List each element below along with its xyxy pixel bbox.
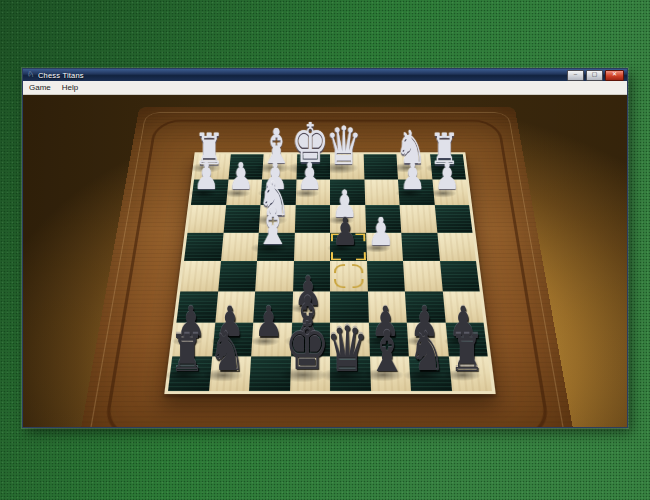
menu-bar: Game Help (23, 81, 627, 95)
origin-marker-tl (334, 264, 345, 273)
square-e8[interactable] (289, 356, 330, 391)
square-c3[interactable] (365, 205, 401, 232)
square-h3[interactable] (188, 205, 226, 232)
board-grid (164, 152, 495, 394)
game-area: ♜♝♚♛♞♜♟♟♟♟♟♟♞♟♝♟♟♟♟♟♟♝♟♟♟♜♞♚♛♝♞♜ (23, 95, 627, 427)
square-c2[interactable] (364, 179, 400, 205)
window-controls: – ▢ ✕ (567, 70, 624, 81)
square-h4[interactable] (184, 232, 223, 261)
square-f7[interactable] (251, 323, 291, 356)
menu-item-game[interactable]: Game (29, 83, 51, 92)
move-origin-square-d5[interactable] (330, 261, 367, 291)
square-g4[interactable] (221, 232, 259, 261)
square-g5[interactable] (218, 261, 257, 291)
square-b8[interactable] (409, 356, 452, 391)
square-b4[interactable] (401, 232, 439, 261)
selection-corner-bl (331, 252, 341, 260)
square-d1[interactable] (330, 154, 364, 179)
square-c8[interactable] (369, 356, 411, 391)
square-f8[interactable] (249, 356, 291, 391)
square-a6[interactable] (442, 291, 483, 323)
square-d6[interactable] (330, 291, 368, 323)
square-h5[interactable] (180, 261, 220, 291)
window-title: Chess Titans (38, 71, 564, 80)
origin-marker-bl (334, 279, 345, 288)
square-h6[interactable] (176, 291, 217, 323)
close-button[interactable]: ✕ (605, 70, 624, 81)
square-e3[interactable] (294, 205, 330, 232)
selection-corner-tr (355, 233, 365, 241)
square-b3[interactable] (400, 205, 437, 232)
square-a8[interactable] (448, 356, 492, 391)
square-d7[interactable] (330, 323, 369, 356)
square-h1[interactable] (194, 154, 230, 179)
desktop-felt-background: { "window": { "title": "Chess Titans", "… (0, 0, 650, 500)
square-g3[interactable] (223, 205, 260, 232)
chess-titans-window: ♘ Chess Titans – ▢ ✕ Game Help ♜♝♚♛♞♜♟♟♟… (22, 68, 628, 428)
minimize-button[interactable]: – (567, 70, 584, 81)
origin-marker-br (352, 279, 363, 288)
square-h8[interactable] (168, 356, 212, 391)
square-g8[interactable] (208, 356, 251, 391)
square-g6[interactable] (215, 291, 255, 323)
square-d8[interactable] (330, 356, 371, 391)
square-c4[interactable] (366, 232, 403, 261)
square-e2[interactable] (295, 179, 330, 205)
selection-corner-br (355, 252, 365, 260)
square-h7[interactable] (172, 323, 215, 356)
selected-square-d4[interactable] (330, 232, 367, 261)
square-f2[interactable] (260, 179, 296, 205)
square-c5[interactable] (367, 261, 405, 291)
square-f5[interactable] (255, 261, 293, 291)
square-g1[interactable] (228, 154, 264, 179)
square-a3[interactable] (434, 205, 472, 232)
square-e5[interactable] (293, 261, 330, 291)
square-a4[interactable] (437, 232, 476, 261)
square-a1[interactable] (430, 154, 466, 179)
square-b1[interactable] (396, 154, 432, 179)
square-b7[interactable] (407, 323, 448, 356)
origin-marker-tr (352, 264, 363, 273)
square-e7[interactable] (291, 323, 330, 356)
square-b2[interactable] (398, 179, 434, 205)
square-f3[interactable] (259, 205, 295, 232)
square-c6[interactable] (367, 291, 406, 323)
square-e6[interactable] (292, 291, 330, 323)
square-c7[interactable] (368, 323, 408, 356)
square-a7[interactable] (445, 323, 488, 356)
square-a2[interactable] (432, 179, 469, 205)
square-a5[interactable] (440, 261, 480, 291)
square-c1[interactable] (363, 154, 398, 179)
title-bar[interactable]: ♘ Chess Titans – ▢ ✕ (23, 69, 627, 81)
square-d2[interactable] (330, 179, 365, 205)
menu-item-help[interactable]: Help (62, 83, 78, 92)
selection-corner-tl (331, 233, 341, 241)
square-g2[interactable] (226, 179, 262, 205)
square-f1[interactable] (262, 154, 297, 179)
square-d3[interactable] (330, 205, 366, 232)
square-f6[interactable] (253, 291, 292, 323)
square-e4[interactable] (294, 232, 331, 261)
square-b6[interactable] (405, 291, 445, 323)
square-f4[interactable] (257, 232, 294, 261)
square-g7[interactable] (212, 323, 253, 356)
square-e1[interactable] (296, 154, 330, 179)
maximize-button[interactable]: ▢ (586, 70, 603, 81)
square-h2[interactable] (191, 179, 228, 205)
square-b5[interactable] (403, 261, 442, 291)
app-icon-knight: ♘ (26, 71, 35, 79)
